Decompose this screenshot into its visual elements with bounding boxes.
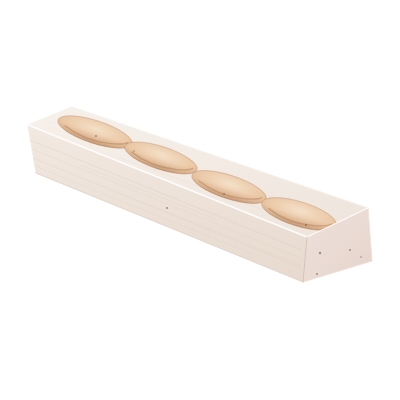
wood-speck bbox=[360, 256, 362, 258]
product-photo-svg bbox=[0, 0, 400, 400]
wood-speck bbox=[223, 193, 225, 195]
wood-speck bbox=[319, 252, 321, 254]
wood-speck bbox=[166, 207, 168, 209]
wood-speck bbox=[95, 135, 97, 137]
wood-speck bbox=[133, 150, 135, 152]
wood-speck bbox=[305, 224, 307, 226]
wood-speck bbox=[316, 273, 318, 275]
product-photo: Product photo of a rectangular pale natu… bbox=[0, 0, 400, 400]
wood-speck bbox=[349, 249, 351, 251]
